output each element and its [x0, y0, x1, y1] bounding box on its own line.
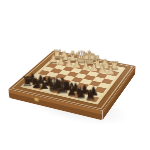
product-photo: ♜♞♝♛♚♝♞♜♟♟♟♟♟♟♟♟♟♟♟♟♟♟♟♟♜♞♝♛♚♝♞♜: [0, 0, 150, 150]
brass-clasp: [34, 97, 38, 101]
black-rook-icon: ♜: [84, 88, 96, 102]
